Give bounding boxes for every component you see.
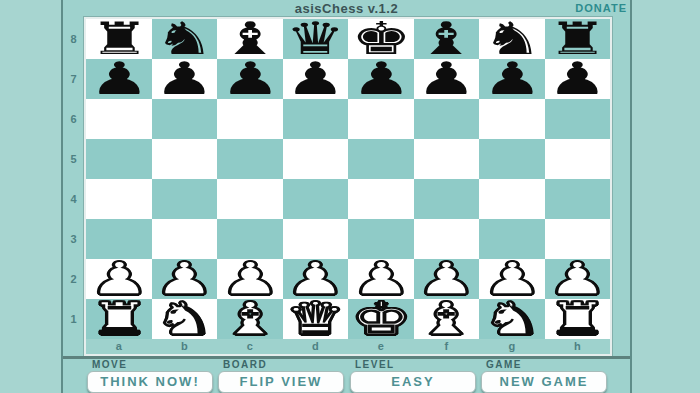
square-a3[interactable]: [86, 219, 152, 259]
square-d3[interactable]: [283, 219, 349, 259]
square-c2[interactable]: ♟: [217, 259, 283, 299]
board-panel: ♜♞♝♛♚♝♞♜♟♟♟♟♟♟♟♟♟♟♟♟♟♟♟♟♜♞♝♛♚♝♞♜ abcdefg…: [84, 17, 612, 356]
piece-black-rook: ♜: [547, 20, 608, 58]
piece-white-pawn: ♟: [481, 260, 542, 298]
flip-view-button[interactable]: FLIP VIEW: [218, 371, 344, 393]
square-b8[interactable]: ♞: [152, 19, 218, 59]
piece-black-bishop: ♝: [416, 20, 477, 58]
square-h8[interactable]: ♜: [545, 19, 611, 59]
square-c5[interactable]: [217, 139, 283, 179]
app-title: asisChess v.1.2: [63, 0, 630, 17]
piece-white-knight: ♞: [154, 300, 215, 338]
square-b1[interactable]: ♞: [152, 299, 218, 339]
square-h7[interactable]: ♟: [545, 59, 611, 99]
piece-white-bishop: ♝: [416, 300, 477, 338]
square-h4[interactable]: [545, 179, 611, 219]
square-c1[interactable]: ♝: [217, 299, 283, 339]
level-label: LEVEL: [355, 360, 476, 370]
chess-board: ♜♞♝♛♚♝♞♜♟♟♟♟♟♟♟♟♟♟♟♟♟♟♟♟♜♞♝♛♚♝♞♜: [86, 19, 610, 339]
square-d6[interactable]: [283, 99, 349, 139]
square-a6[interactable]: [86, 99, 152, 139]
square-e4[interactable]: [348, 179, 414, 219]
square-e2[interactable]: ♟: [348, 259, 414, 299]
square-g5[interactable]: [479, 139, 545, 179]
piece-white-pawn: ♟: [154, 260, 215, 298]
piece-black-pawn: ♟: [285, 60, 346, 98]
rank-label-5: 5: [63, 139, 84, 179]
level-control-group: LEVELEASY: [350, 360, 476, 393]
square-d2[interactable]: ♟: [283, 259, 349, 299]
square-g1[interactable]: ♞: [479, 299, 545, 339]
square-g3[interactable]: [479, 219, 545, 259]
piece-white-pawn: ♟: [350, 260, 411, 298]
square-a4[interactable]: [86, 179, 152, 219]
square-e1[interactable]: ♚: [348, 299, 414, 339]
piece-black-bishop: ♝: [219, 20, 280, 58]
square-f1[interactable]: ♝: [414, 299, 480, 339]
square-f4[interactable]: [414, 179, 480, 219]
square-b2[interactable]: ♟: [152, 259, 218, 299]
piece-black-queen: ♛: [285, 20, 346, 58]
file-label-b: b: [152, 339, 218, 354]
square-d4[interactable]: [283, 179, 349, 219]
rank-label-3: 3: [63, 219, 84, 259]
move-label: MOVE: [92, 360, 213, 370]
file-label-d: d: [283, 339, 349, 354]
rank-label-7: 7: [63, 59, 84, 99]
square-d8[interactable]: ♛: [283, 19, 349, 59]
square-c7[interactable]: ♟: [217, 59, 283, 99]
square-b6[interactable]: [152, 99, 218, 139]
piece-white-pawn: ♟: [285, 260, 346, 298]
square-f7[interactable]: ♟: [414, 59, 480, 99]
square-g7[interactable]: ♟: [479, 59, 545, 99]
board-control-group: BOARDFLIP VIEW: [218, 360, 344, 393]
square-e8[interactable]: ♚: [348, 19, 414, 59]
square-h6[interactable]: [545, 99, 611, 139]
square-h5[interactable]: [545, 139, 611, 179]
square-f6[interactable]: [414, 99, 480, 139]
board-controls-divider: [63, 356, 630, 359]
piece-black-pawn: ♟: [219, 60, 280, 98]
square-b3[interactable]: [152, 219, 218, 259]
square-g4[interactable]: [479, 179, 545, 219]
file-label-c: c: [217, 339, 283, 354]
piece-black-pawn: ♟: [350, 60, 411, 98]
file-label-h: h: [545, 339, 611, 354]
piece-black-pawn: ♟: [547, 60, 608, 98]
file-label-e: e: [348, 339, 414, 354]
piece-black-pawn: ♟: [88, 60, 149, 98]
square-a1[interactable]: ♜: [86, 299, 152, 339]
square-f8[interactable]: ♝: [414, 19, 480, 59]
rank-labels: 87654321: [63, 19, 84, 339]
square-a2[interactable]: ♟: [86, 259, 152, 299]
file-label-f: f: [414, 339, 480, 354]
square-g6[interactable]: [479, 99, 545, 139]
piece-black-pawn: ♟: [481, 60, 542, 98]
square-a7[interactable]: ♟: [86, 59, 152, 99]
square-e7[interactable]: ♟: [348, 59, 414, 99]
square-d1[interactable]: ♛: [283, 299, 349, 339]
square-e3[interactable]: [348, 219, 414, 259]
piece-white-rook: ♜: [88, 300, 149, 338]
chess-app-window: asisChess v.1.2 DONATE 87654321 ♜♞♝♛♚♝♞♜…: [61, 0, 632, 393]
square-f3[interactable]: [414, 219, 480, 259]
rank-label-4: 4: [63, 179, 84, 219]
piece-black-pawn: ♟: [416, 60, 477, 98]
square-c6[interactable]: [217, 99, 283, 139]
square-h1[interactable]: ♜: [545, 299, 611, 339]
header-bar: asisChess v.1.2 DONATE: [63, 0, 630, 17]
piece-white-pawn: ♟: [88, 260, 149, 298]
square-e5[interactable]: [348, 139, 414, 179]
square-c8[interactable]: ♝: [217, 19, 283, 59]
square-c4[interactable]: [217, 179, 283, 219]
square-f2[interactable]: ♟: [414, 259, 480, 299]
square-h2[interactable]: ♟: [545, 259, 611, 299]
piece-black-rook: ♜: [88, 20, 149, 58]
rank-label-6: 6: [63, 99, 84, 139]
square-b7[interactable]: ♟: [152, 59, 218, 99]
square-d7[interactable]: ♟: [283, 59, 349, 99]
file-label-g: g: [479, 339, 545, 354]
square-b5[interactable]: [152, 139, 218, 179]
square-a8[interactable]: ♜: [86, 19, 152, 59]
rank-label-8: 8: [63, 19, 84, 59]
screenshot-root: asisChess v.1.2 DONATE 87654321 ♜♞♝♛♚♝♞♜…: [0, 0, 700, 393]
piece-black-pawn: ♟: [154, 60, 215, 98]
piece-black-knight: ♞: [154, 20, 215, 58]
easy-button[interactable]: EASY: [350, 371, 476, 393]
piece-black-king: ♚: [350, 20, 411, 58]
game-control-group: GAMENEW GAME: [481, 360, 607, 393]
donate-link[interactable]: DONATE: [575, 0, 627, 17]
square-f5[interactable]: [414, 139, 480, 179]
piece-white-pawn: ♟: [416, 260, 477, 298]
square-c3[interactable]: [217, 219, 283, 259]
square-b4[interactable]: [152, 179, 218, 219]
new-game-button[interactable]: NEW GAME: [481, 371, 607, 393]
rank-label-2: 2: [63, 259, 84, 299]
piece-black-knight: ♞: [481, 20, 542, 58]
game-label: GAME: [486, 360, 607, 370]
file-label-a: a: [86, 339, 152, 354]
square-g2[interactable]: ♟: [479, 259, 545, 299]
file-labels: abcdefgh: [86, 339, 610, 354]
piece-white-pawn: ♟: [547, 260, 608, 298]
piece-white-rook: ♜: [547, 300, 608, 338]
think-now-button[interactable]: THINK NOW!: [87, 371, 213, 393]
piece-white-bishop: ♝: [219, 300, 280, 338]
move-control-group: MOVETHINK NOW!: [87, 360, 213, 393]
piece-white-knight: ♞: [481, 300, 542, 338]
piece-white-queen: ♛: [285, 300, 346, 338]
square-d5[interactable]: [283, 139, 349, 179]
square-h3[interactable]: [545, 219, 611, 259]
piece-white-king: ♚: [350, 300, 411, 338]
piece-white-pawn: ♟: [219, 260, 280, 298]
board-label: BOARD: [223, 360, 344, 370]
square-g8[interactable]: ♞: [479, 19, 545, 59]
rank-label-1: 1: [63, 299, 84, 339]
square-a5[interactable]: [86, 139, 152, 179]
square-e6[interactable]: [348, 99, 414, 139]
